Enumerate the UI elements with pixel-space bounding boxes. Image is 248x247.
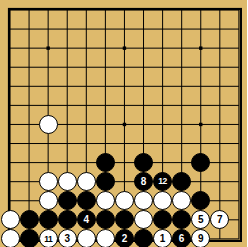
point-6-8[interactable]	[115, 153, 134, 172]
point-1-0[interactable]	[20, 1, 39, 20]
point-9-3[interactable]	[172, 58, 191, 77]
point-5-2[interactable]	[96, 39, 115, 58]
point-4-4[interactable]	[77, 77, 96, 96]
point-5-9[interactable]	[96, 172, 115, 191]
white-stone	[39, 191, 58, 210]
point-2-9[interactable]	[39, 172, 58, 191]
point-10-3[interactable]	[191, 58, 210, 77]
black-stone	[96, 153, 115, 172]
point-7-9[interactable]: 8	[134, 172, 153, 191]
move-number-label: 6	[179, 234, 185, 244]
point-3-4[interactable]	[58, 77, 77, 96]
point-3-5[interactable]	[58, 96, 77, 115]
point-0-11[interactable]	[1, 210, 20, 229]
point-11-9[interactable]	[210, 172, 229, 191]
white-stone	[77, 229, 96, 247]
point-6-7[interactable]	[115, 134, 134, 153]
point-7-0[interactable]	[134, 1, 153, 20]
point-12-6[interactable]	[229, 115, 247, 134]
move-number-label: 4	[84, 215, 90, 225]
point-8-4[interactable]	[153, 77, 172, 96]
point-3-10[interactable]	[58, 191, 77, 210]
black-stone	[115, 210, 134, 229]
point-9-4[interactable]	[172, 77, 191, 96]
point-12-12[interactable]	[229, 229, 247, 247]
point-1-2[interactable]	[20, 39, 39, 58]
point-8-10[interactable]	[153, 191, 172, 210]
move-number-label: 2	[122, 234, 128, 244]
point-11-4[interactable]	[210, 77, 229, 96]
white-stone	[134, 191, 153, 210]
point-6-5[interactable]	[115, 96, 134, 115]
white-stone: 11	[39, 229, 58, 247]
black-stone	[96, 210, 115, 229]
point-6-9[interactable]	[115, 172, 134, 191]
point-2-11[interactable]	[39, 210, 58, 229]
point-10-10[interactable]	[191, 191, 210, 210]
point-11-10[interactable]	[210, 191, 229, 210]
point-9-8[interactable]	[172, 153, 191, 172]
point-0-2[interactable]	[1, 39, 20, 58]
point-6-3[interactable]	[115, 58, 134, 77]
point-8-1[interactable]	[153, 20, 172, 39]
point-4-10[interactable]	[77, 191, 96, 210]
point-1-12[interactable]	[20, 229, 39, 247]
point-12-1[interactable]	[229, 20, 247, 39]
point-6-11[interactable]	[115, 210, 134, 229]
point-2-2[interactable]	[39, 39, 58, 58]
white-stone: 3	[58, 229, 77, 247]
point-7-11[interactable]	[134, 210, 153, 229]
point-7-2[interactable]	[134, 39, 153, 58]
move-number-label: 5	[198, 215, 204, 225]
point-4-1[interactable]	[77, 20, 96, 39]
point-1-5[interactable]	[20, 96, 39, 115]
point-5-5[interactable]	[96, 96, 115, 115]
point-2-1[interactable]	[39, 20, 58, 39]
point-8-0[interactable]	[153, 1, 172, 20]
point-6-12[interactable]: 2	[115, 229, 134, 247]
point-3-9[interactable]	[58, 172, 77, 191]
white-stone	[1, 210, 20, 229]
white-stone	[96, 229, 115, 247]
point-4-11[interactable]: 4	[77, 210, 96, 229]
point-2-3[interactable]	[39, 58, 58, 77]
point-2-4[interactable]	[39, 77, 58, 96]
point-3-3[interactable]	[58, 58, 77, 77]
black-stone	[20, 229, 39, 247]
point-1-8[interactable]	[20, 153, 39, 172]
point-0-8[interactable]	[1, 153, 20, 172]
point-12-10[interactable]	[229, 191, 247, 210]
black-stone	[153, 210, 172, 229]
point-4-8[interactable]	[77, 153, 96, 172]
black-stone	[134, 153, 153, 172]
point-9-0[interactable]	[172, 1, 191, 20]
point-11-0[interactable]	[210, 1, 229, 20]
point-0-4[interactable]	[1, 77, 20, 96]
point-11-2[interactable]	[210, 39, 229, 58]
point-9-1[interactable]	[172, 20, 191, 39]
point-10-7[interactable]	[191, 134, 210, 153]
go-board: 8124571132169	[0, 0, 247, 247]
point-3-12[interactable]: 3	[58, 229, 77, 247]
point-5-1[interactable]	[96, 20, 115, 39]
point-5-6[interactable]	[96, 115, 115, 134]
point-10-9[interactable]	[191, 172, 210, 191]
move-number-label: 7	[217, 215, 223, 225]
point-11-12[interactable]	[210, 229, 229, 247]
point-1-10[interactable]	[20, 191, 39, 210]
point-8-3[interactable]	[153, 58, 172, 77]
point-0-0[interactable]	[1, 1, 20, 20]
point-10-5[interactable]	[191, 96, 210, 115]
point-1-1[interactable]	[20, 20, 39, 39]
point-5-12[interactable]	[96, 229, 115, 247]
point-12-7[interactable]	[229, 134, 247, 153]
point-12-4[interactable]	[229, 77, 247, 96]
point-8-8[interactable]	[153, 153, 172, 172]
point-1-3[interactable]	[20, 58, 39, 77]
point-7-3[interactable]	[134, 58, 153, 77]
point-7-7[interactable]	[134, 134, 153, 153]
point-7-6[interactable]	[134, 115, 153, 134]
black-stone	[191, 191, 210, 210]
point-7-8[interactable]	[134, 153, 153, 172]
point-6-2[interactable]	[115, 39, 134, 58]
point-4-12[interactable]	[77, 229, 96, 247]
point-5-4[interactable]	[96, 77, 115, 96]
point-10-1[interactable]	[191, 20, 210, 39]
move-number-label: 12	[158, 177, 166, 186]
point-0-5[interactable]	[1, 96, 20, 115]
point-10-8[interactable]	[191, 153, 210, 172]
point-1-6[interactable]	[20, 115, 39, 134]
black-stone	[20, 210, 39, 229]
point-11-1[interactable]	[210, 20, 229, 39]
point-7-10[interactable]	[134, 191, 153, 210]
point-3-7[interactable]	[58, 134, 77, 153]
black-stone	[96, 172, 115, 191]
point-9-7[interactable]	[172, 134, 191, 153]
point-1-7[interactable]	[20, 134, 39, 153]
point-7-4[interactable]	[134, 77, 153, 96]
black-stone	[77, 191, 96, 210]
point-4-3[interactable]	[77, 58, 96, 77]
black-stone: 2	[115, 229, 134, 247]
point-2-7[interactable]	[39, 134, 58, 153]
point-12-3[interactable]	[229, 58, 247, 77]
point-9-2[interactable]	[172, 39, 191, 58]
point-9-6[interactable]	[172, 115, 191, 134]
black-stone: 8	[134, 172, 153, 191]
point-0-10[interactable]	[1, 191, 20, 210]
point-6-4[interactable]	[115, 77, 134, 96]
point-3-8[interactable]	[58, 153, 77, 172]
white-stone: 5	[191, 210, 210, 229]
move-number-label: 11	[44, 235, 52, 244]
point-4-0[interactable]	[77, 1, 96, 20]
point-9-10[interactable]	[172, 191, 191, 210]
point-11-3[interactable]	[210, 58, 229, 77]
point-12-2[interactable]	[229, 39, 247, 58]
stones-grid: 8124571132169	[1, 1, 248, 247]
point-8-2[interactable]	[153, 39, 172, 58]
point-5-10[interactable]	[96, 191, 115, 210]
move-number-label: 3	[64, 234, 70, 244]
point-0-6[interactable]	[1, 115, 20, 134]
point-10-11[interactable]: 5	[191, 210, 210, 229]
white-stone	[58, 172, 77, 191]
point-12-11[interactable]	[229, 210, 247, 229]
point-7-5[interactable]	[134, 96, 153, 115]
point-11-5[interactable]	[210, 96, 229, 115]
point-8-12[interactable]: 1	[153, 229, 172, 247]
point-6-10[interactable]	[115, 191, 134, 210]
point-2-5[interactable]	[39, 96, 58, 115]
point-6-6[interactable]	[115, 115, 134, 134]
white-stone: 7	[210, 210, 229, 229]
point-1-9[interactable]	[20, 172, 39, 191]
white-stone	[115, 191, 134, 210]
white-stone	[153, 191, 172, 210]
point-3-6[interactable]	[58, 115, 77, 134]
point-8-7[interactable]	[153, 134, 172, 153]
point-12-0[interactable]	[229, 1, 247, 20]
point-2-10[interactable]	[39, 191, 58, 210]
black-stone: 12	[153, 172, 172, 191]
point-4-5[interactable]	[77, 96, 96, 115]
point-9-9[interactable]	[172, 172, 191, 191]
point-8-9[interactable]: 12	[153, 172, 172, 191]
point-9-11[interactable]	[172, 210, 191, 229]
point-4-9[interactable]	[77, 172, 96, 191]
point-11-7[interactable]	[210, 134, 229, 153]
point-2-6[interactable]	[39, 115, 58, 134]
point-12-9[interactable]	[229, 172, 247, 191]
point-7-12[interactable]	[134, 229, 153, 247]
black-stone	[172, 210, 191, 229]
white-stone	[39, 172, 58, 191]
black-stone: 4	[77, 210, 96, 229]
point-8-5[interactable]	[153, 96, 172, 115]
point-5-11[interactable]	[96, 210, 115, 229]
point-2-12[interactable]: 11	[39, 229, 58, 247]
point-8-11[interactable]	[153, 210, 172, 229]
white-stone	[134, 210, 153, 229]
point-10-2[interactable]	[191, 39, 210, 58]
black-stone	[191, 153, 210, 172]
black-stone: 6	[172, 229, 191, 247]
point-11-8[interactable]	[210, 153, 229, 172]
black-stone	[134, 229, 153, 247]
point-0-9[interactable]	[1, 172, 20, 191]
white-stone	[39, 115, 58, 134]
point-10-12[interactable]: 9	[191, 229, 210, 247]
move-number-label: 8	[141, 177, 147, 187]
move-number-label: 1	[160, 234, 166, 244]
point-0-12[interactable]	[1, 229, 20, 247]
point-7-1[interactable]	[134, 20, 153, 39]
point-3-1[interactable]	[58, 20, 77, 39]
point-5-3[interactable]	[96, 58, 115, 77]
white-stone: 9	[191, 229, 210, 247]
point-10-4[interactable]	[191, 77, 210, 96]
point-9-12[interactable]: 6	[172, 229, 191, 247]
point-0-1[interactable]	[1, 20, 20, 39]
black-stone	[172, 172, 191, 191]
black-stone	[39, 210, 58, 229]
point-4-7[interactable]	[77, 134, 96, 153]
point-4-2[interactable]	[77, 39, 96, 58]
black-stone	[58, 191, 77, 210]
point-11-6[interactable]	[210, 115, 229, 134]
point-12-5[interactable]	[229, 96, 247, 115]
point-6-1[interactable]	[115, 20, 134, 39]
point-9-5[interactable]	[172, 96, 191, 115]
move-number-label: 9	[198, 234, 204, 244]
point-0-3[interactable]	[1, 58, 20, 77]
point-2-0[interactable]	[39, 1, 58, 20]
white-stone	[172, 191, 191, 210]
point-8-6[interactable]	[153, 115, 172, 134]
white-stone	[96, 191, 115, 210]
point-5-0[interactable]	[96, 1, 115, 20]
white-stone	[77, 172, 96, 191]
point-10-6[interactable]	[191, 115, 210, 134]
point-3-11[interactable]	[58, 210, 77, 229]
point-0-7[interactable]	[1, 134, 20, 153]
point-5-7[interactable]	[96, 134, 115, 153]
point-10-0[interactable]	[191, 1, 210, 20]
point-6-0[interactable]	[115, 1, 134, 20]
point-12-8[interactable]	[229, 153, 247, 172]
white-stone	[1, 229, 20, 247]
point-1-11[interactable]	[20, 210, 39, 229]
point-11-11[interactable]: 7	[210, 210, 229, 229]
point-4-6[interactable]	[77, 115, 96, 134]
point-3-0[interactable]	[58, 1, 77, 20]
point-1-4[interactable]	[20, 77, 39, 96]
black-stone	[58, 210, 77, 229]
point-5-8[interactable]	[96, 153, 115, 172]
point-3-2[interactable]	[58, 39, 77, 58]
white-stone: 1	[153, 229, 172, 247]
point-2-8[interactable]	[39, 153, 58, 172]
